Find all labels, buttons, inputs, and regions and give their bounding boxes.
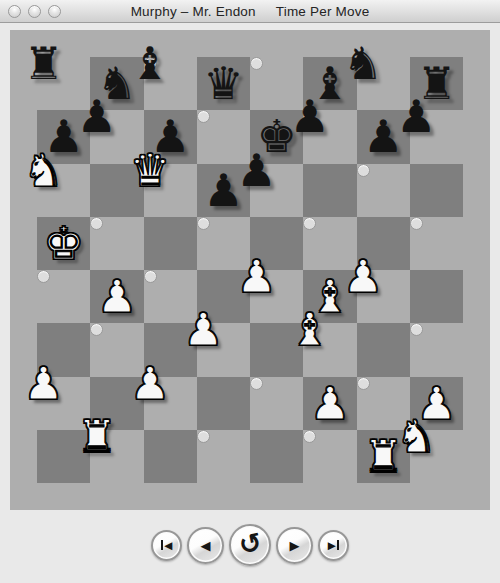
undo-icon: ↺ xyxy=(239,533,262,557)
move-controls: ◀ ◀ ↺ ▶ ▶ xyxy=(0,524,500,566)
square-f3[interactable]: ♝ xyxy=(303,323,316,336)
close-button[interactable] xyxy=(8,5,21,18)
square-b1[interactable]: ♜ xyxy=(90,430,103,443)
square-e8[interactable] xyxy=(250,57,263,70)
square-e2[interactable] xyxy=(250,377,263,390)
square-h7[interactable]: ♟ xyxy=(410,110,423,123)
square-c2[interactable]: ♟ xyxy=(144,377,157,390)
piece-white-knight[interactable]: ♞ xyxy=(23,148,63,193)
start-triangle: ◀ xyxy=(164,540,172,551)
end-bar xyxy=(337,540,340,550)
square-h5[interactable] xyxy=(410,217,423,230)
square-c8[interactable]: ♝ xyxy=(144,57,157,70)
square-f7[interactable]: ♟ xyxy=(303,110,316,123)
piece-white-pawn[interactable]: ♟ xyxy=(23,361,63,406)
square-h1[interactable]: ♞ xyxy=(410,430,423,443)
undo-arrow: ↺ xyxy=(236,528,264,559)
piece-white-pawn[interactable]: ♟ xyxy=(310,381,350,426)
square-c6[interactable]: ♛ xyxy=(144,164,157,177)
square-d8[interactable]: ♛ xyxy=(197,57,250,110)
window-controls xyxy=(8,0,61,22)
piece-white-pawn[interactable]: ♟ xyxy=(97,274,137,319)
piece-black-bishop[interactable]: ♝ xyxy=(130,41,170,86)
title-mode: Time Per Move xyxy=(276,4,370,19)
square-d5[interactable] xyxy=(197,217,210,230)
square-h4[interactable] xyxy=(410,270,463,323)
piece-black-pawn[interactable]: ♟ xyxy=(236,148,276,193)
square-f1[interactable] xyxy=(303,430,316,443)
undo-button[interactable]: ↺ xyxy=(229,524,271,566)
piece-white-pawn[interactable]: ♟ xyxy=(183,307,223,352)
go-to-start-button[interactable]: ◀ xyxy=(151,530,182,561)
square-g6[interactable] xyxy=(357,164,370,177)
piece-white-bishop[interactable]: ♝ xyxy=(290,307,330,352)
piece-black-knight[interactable]: ♞ xyxy=(343,41,383,86)
square-e4[interactable]: ♟ xyxy=(250,270,263,283)
piece-white-pawn[interactable]: ♟ xyxy=(236,254,276,299)
piece-white-rook[interactable]: ♜ xyxy=(77,414,117,459)
square-h3[interactable] xyxy=(410,323,423,336)
piece-white-pawn[interactable]: ♟ xyxy=(130,361,170,406)
square-f6[interactable] xyxy=(303,164,356,217)
square-a4[interactable] xyxy=(37,270,50,283)
zoom-button[interactable] xyxy=(48,5,61,18)
square-f5[interactable] xyxy=(303,217,316,230)
end-triangle: ▶ xyxy=(328,540,336,551)
start-bar xyxy=(161,540,164,550)
square-c5[interactable] xyxy=(144,217,197,270)
go-to-end-button[interactable]: ▶ xyxy=(318,530,349,561)
square-g3[interactable] xyxy=(357,323,410,376)
square-e6[interactable]: ♟ xyxy=(250,164,263,177)
piece-black-rook[interactable]: ♜ xyxy=(23,41,63,86)
chess-board[interactable]: ♜♞♝♛♝♞♜♟♟♟♚♟♟♟♞♛♟♟♚♟♟♝♟♟♝♟♟♟♟♜♜♞ xyxy=(37,57,463,483)
square-a6[interactable]: ♞ xyxy=(37,164,50,177)
piece-black-pawn[interactable]: ♟ xyxy=(290,94,330,139)
square-b7[interactable]: ♟ xyxy=(90,110,103,123)
piece-white-pawn[interactable]: ♟ xyxy=(343,254,383,299)
square-f2[interactable]: ♟ xyxy=(303,377,356,430)
next-triangle: ▶ xyxy=(290,539,300,552)
title-bar[interactable]: Murphy – Mr. Endon Time Per Move xyxy=(0,0,500,23)
square-d1[interactable] xyxy=(197,430,210,443)
piece-white-queen[interactable]: ♛ xyxy=(130,148,170,193)
board-frame: ♜♞♝♛♝♞♜♟♟♟♚♟♟♟♞♛♟♟♚♟♟♝♟♟♝♟♟♟♟♜♜♞ xyxy=(10,30,490,510)
square-g8[interactable]: ♞ xyxy=(357,57,370,70)
previous-triangle: ◀ xyxy=(201,539,211,552)
previous-move-button[interactable]: ◀ xyxy=(187,527,224,564)
title-players: Murphy – Mr. Endon xyxy=(131,4,256,19)
window-title: Murphy – Mr. Endon Time Per Move xyxy=(131,4,370,19)
piece-black-pawn[interactable]: ♟ xyxy=(396,94,436,139)
square-b4[interactable]: ♟ xyxy=(90,270,143,323)
square-e1[interactable] xyxy=(250,430,303,483)
square-g2[interactable] xyxy=(357,377,370,390)
skip-to-start-icon: ◀ xyxy=(161,540,173,551)
piece-black-pawn[interactable]: ♟ xyxy=(77,94,117,139)
square-a5[interactable]: ♚ xyxy=(37,217,90,270)
square-d7[interactable] xyxy=(197,110,210,123)
square-b3[interactable] xyxy=(90,323,103,336)
previous-move-icon: ◀ xyxy=(201,539,211,552)
piece-white-king[interactable]: ♚ xyxy=(43,221,83,266)
minimize-button[interactable] xyxy=(28,5,41,18)
square-c1[interactable] xyxy=(144,430,197,483)
skip-to-end-icon: ▶ xyxy=(328,540,340,551)
square-g4[interactable]: ♟ xyxy=(357,270,370,283)
square-d3[interactable]: ♟ xyxy=(197,323,210,336)
next-move-icon: ▶ xyxy=(290,539,300,552)
square-c4[interactable] xyxy=(144,270,157,283)
piece-white-knight[interactable]: ♞ xyxy=(396,414,436,459)
square-b5[interactable] xyxy=(90,217,103,230)
square-d2[interactable] xyxy=(197,377,250,430)
app-window: Murphy – Mr. Endon Time Per Move ♜♞♝♛♝♞♜… xyxy=(0,0,500,583)
next-move-button[interactable]: ▶ xyxy=(276,527,313,564)
piece-black-queen[interactable]: ♛ xyxy=(203,61,243,106)
square-a8[interactable]: ♜ xyxy=(37,57,50,70)
square-h6[interactable] xyxy=(410,164,463,217)
square-a2[interactable]: ♟ xyxy=(37,377,50,390)
